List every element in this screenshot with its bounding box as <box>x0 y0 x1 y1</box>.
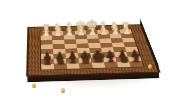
piece-black-queen: ♛ <box>79 51 92 66</box>
square-c8: ♝ <box>67 63 80 69</box>
brass-foot-left <box>32 83 36 88</box>
piece-black-rook: ♜ <box>131 53 141 65</box>
square-d4 <box>76 43 89 48</box>
board-grid: ♜♞♝♛♚♝♞♜♟♟♟♟♟♟♟♟♟♟♟♟♟♟♟♟♜♞♝♛♚♝♞♜ <box>41 29 144 69</box>
piece-black-knight: ♞ <box>118 52 129 65</box>
piece-white-pawn: ♟ <box>54 28 63 38</box>
square-c2: ♟ <box>64 35 76 40</box>
square-h8: ♜ <box>129 61 143 67</box>
piece-black-king: ♚ <box>91 50 105 66</box>
square-a8: ♜ <box>41 64 54 70</box>
square-b8: ♞ <box>54 63 67 69</box>
piece-black-rook: ♜ <box>42 55 53 67</box>
chess-board: ♜♞♝♛♚♝♞♜♟♟♟♟♟♟♟♟♟♟♟♟♟♟♟♟♜♞♝♛♚♝♞♜ <box>28 25 158 76</box>
square-g8: ♞ <box>117 62 131 68</box>
piece-white-pawn: ♟ <box>100 27 109 37</box>
piece-black-knight: ♞ <box>55 54 66 67</box>
square-b4 <box>53 44 65 49</box>
piece-black-bishop: ♝ <box>67 53 79 66</box>
square-e8: ♚ <box>92 62 106 68</box>
piece-white-pawn: ♟ <box>123 26 132 36</box>
piece-white-pawn: ♟ <box>77 27 86 37</box>
piece-black-bishop: ♝ <box>105 52 117 65</box>
brass-foot-center <box>61 88 65 93</box>
chess-set-photo: ♜♞♝♛♚♝♞♜♟♟♟♟♟♟♟♟♟♟♟♟♟♟♟♟♜♞♝♛♚♝♞♜ <box>0 0 175 105</box>
piece-white-pawn: ♟ <box>42 28 51 38</box>
brass-foot-right <box>148 64 152 69</box>
piece-white-pawn: ♟ <box>88 27 97 37</box>
piece-white-pawn: ♟ <box>65 28 74 38</box>
square-f8: ♝ <box>104 62 118 68</box>
piece-white-pawn: ♟ <box>111 27 120 37</box>
square-h2: ♟ <box>121 33 134 38</box>
square-d8: ♛ <box>79 63 93 69</box>
